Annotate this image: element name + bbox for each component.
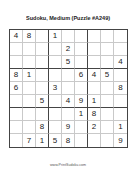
cell-r2c9[interactable] bbox=[114, 43, 127, 56]
cell-r9c7[interactable] bbox=[88, 134, 101, 147]
cell-r2c8[interactable] bbox=[101, 43, 114, 56]
cell-r4c3[interactable] bbox=[36, 69, 49, 82]
cell-r5c4[interactable]: 3 bbox=[49, 82, 62, 95]
cell-r6c7[interactable]: 1 bbox=[88, 95, 101, 108]
cell-r4c8[interactable]: 5 bbox=[101, 69, 114, 82]
cell-r5c7[interactable] bbox=[88, 82, 101, 95]
cell-r2c1[interactable] bbox=[10, 43, 23, 56]
cell-r8c8[interactable] bbox=[101, 121, 114, 134]
cell-r1c3[interactable] bbox=[36, 30, 49, 43]
cell-r2c6[interactable] bbox=[75, 43, 88, 56]
cell-r2c7[interactable] bbox=[88, 43, 101, 56]
cell-r5c8[interactable] bbox=[101, 82, 114, 95]
cell-r3c3[interactable] bbox=[36, 56, 49, 69]
cell-r6c4[interactable] bbox=[49, 95, 62, 108]
cell-r6c2[interactable] bbox=[23, 95, 36, 108]
sudoku-page: Sudoku, Medium (Puzzle #A249) 4812548164… bbox=[0, 0, 136, 176]
cell-r4c6[interactable]: 6 bbox=[75, 69, 88, 82]
cell-r6c8[interactable] bbox=[101, 95, 114, 108]
cell-r6c9[interactable] bbox=[114, 95, 127, 108]
cell-r3c8[interactable] bbox=[101, 56, 114, 69]
cell-r9c3[interactable]: 1 bbox=[36, 134, 49, 147]
cell-r3c9[interactable]: 4 bbox=[114, 56, 127, 69]
cell-r7c4[interactable] bbox=[49, 108, 62, 121]
footer-row: www.PrintSudoku.com bbox=[0, 160, 136, 169]
footer-url: www.PrintSudoku.com bbox=[50, 162, 86, 166]
cell-r3c6[interactable] bbox=[75, 56, 88, 69]
cell-r2c5[interactable]: 2 bbox=[62, 43, 75, 56]
cell-r8c4[interactable] bbox=[49, 121, 62, 134]
cell-r7c8[interactable] bbox=[101, 108, 114, 121]
cell-r8c2[interactable] bbox=[23, 121, 36, 134]
cell-r7c6[interactable]: 1 bbox=[75, 108, 88, 121]
cell-r1c7[interactable] bbox=[88, 30, 101, 43]
cell-r7c7[interactable]: 8 bbox=[88, 108, 101, 121]
cell-r9c8[interactable] bbox=[101, 134, 114, 147]
page-title: Sudoku, Medium (Puzzle #A249) bbox=[26, 15, 110, 21]
cell-r2c4[interactable] bbox=[49, 43, 62, 56]
cell-r3c5[interactable]: 5 bbox=[62, 56, 75, 69]
cell-r7c5[interactable] bbox=[62, 108, 75, 121]
cell-r1c6[interactable] bbox=[75, 30, 88, 43]
cell-r8c7[interactable]: 2 bbox=[88, 121, 101, 134]
cell-r1c2[interactable]: 8 bbox=[23, 30, 36, 43]
cell-r5c9[interactable]: 8 bbox=[114, 82, 127, 95]
cell-r5c3[interactable] bbox=[36, 82, 49, 95]
cell-r9c1[interactable] bbox=[10, 134, 23, 147]
cell-r8c6[interactable] bbox=[75, 121, 88, 134]
cell-r7c3[interactable] bbox=[36, 108, 49, 121]
cell-r6c1[interactable] bbox=[10, 95, 23, 108]
cell-r9c5[interactable]: 8 bbox=[62, 134, 75, 147]
cell-r1c8[interactable] bbox=[101, 30, 114, 43]
cell-r7c9[interactable] bbox=[114, 108, 127, 121]
cell-r1c9[interactable] bbox=[114, 30, 127, 43]
sudoku-grid: 48125481645638549118892171589 bbox=[9, 29, 128, 148]
title-row: Sudoku, Medium (Puzzle #A249) bbox=[0, 12, 136, 24]
cell-r5c6[interactable] bbox=[75, 82, 88, 95]
cell-r4c7[interactable]: 4 bbox=[88, 69, 101, 82]
cell-r3c4[interactable] bbox=[49, 56, 62, 69]
cell-r5c2[interactable] bbox=[23, 82, 36, 95]
cell-r9c2[interactable]: 7 bbox=[23, 134, 36, 147]
cell-r4c2[interactable]: 1 bbox=[23, 69, 36, 82]
cell-r8c3[interactable]: 8 bbox=[36, 121, 49, 134]
cell-r8c9[interactable]: 1 bbox=[114, 121, 127, 134]
cell-r6c3[interactable]: 5 bbox=[36, 95, 49, 108]
cell-r4c1[interactable]: 8 bbox=[10, 69, 23, 82]
cell-r5c1[interactable]: 6 bbox=[10, 82, 23, 95]
cell-r6c6[interactable]: 9 bbox=[75, 95, 88, 108]
cell-r3c7[interactable] bbox=[88, 56, 101, 69]
cell-r4c5[interactable] bbox=[62, 69, 75, 82]
cell-r7c2[interactable] bbox=[23, 108, 36, 121]
cell-r9c9[interactable]: 9 bbox=[114, 134, 127, 147]
cell-r6c5[interactable]: 4 bbox=[62, 95, 75, 108]
cell-r1c1[interactable]: 4 bbox=[10, 30, 23, 43]
cell-r1c4[interactable]: 1 bbox=[49, 30, 62, 43]
cell-r5c5[interactable] bbox=[62, 82, 75, 95]
cell-r9c6[interactable] bbox=[75, 134, 88, 147]
cell-r3c1[interactable] bbox=[10, 56, 23, 69]
cell-r4c4[interactable] bbox=[49, 69, 62, 82]
cell-r7c1[interactable] bbox=[10, 108, 23, 121]
cell-r9c4[interactable]: 5 bbox=[49, 134, 62, 147]
cell-r3c2[interactable] bbox=[23, 56, 36, 69]
cell-r1c5[interactable] bbox=[62, 30, 75, 43]
cell-r4c9[interactable] bbox=[114, 69, 127, 82]
cell-r8c5[interactable]: 9 bbox=[62, 121, 75, 134]
cell-r8c1[interactable] bbox=[10, 121, 23, 134]
cell-r2c3[interactable] bbox=[36, 43, 49, 56]
cell-r2c2[interactable] bbox=[23, 43, 36, 56]
